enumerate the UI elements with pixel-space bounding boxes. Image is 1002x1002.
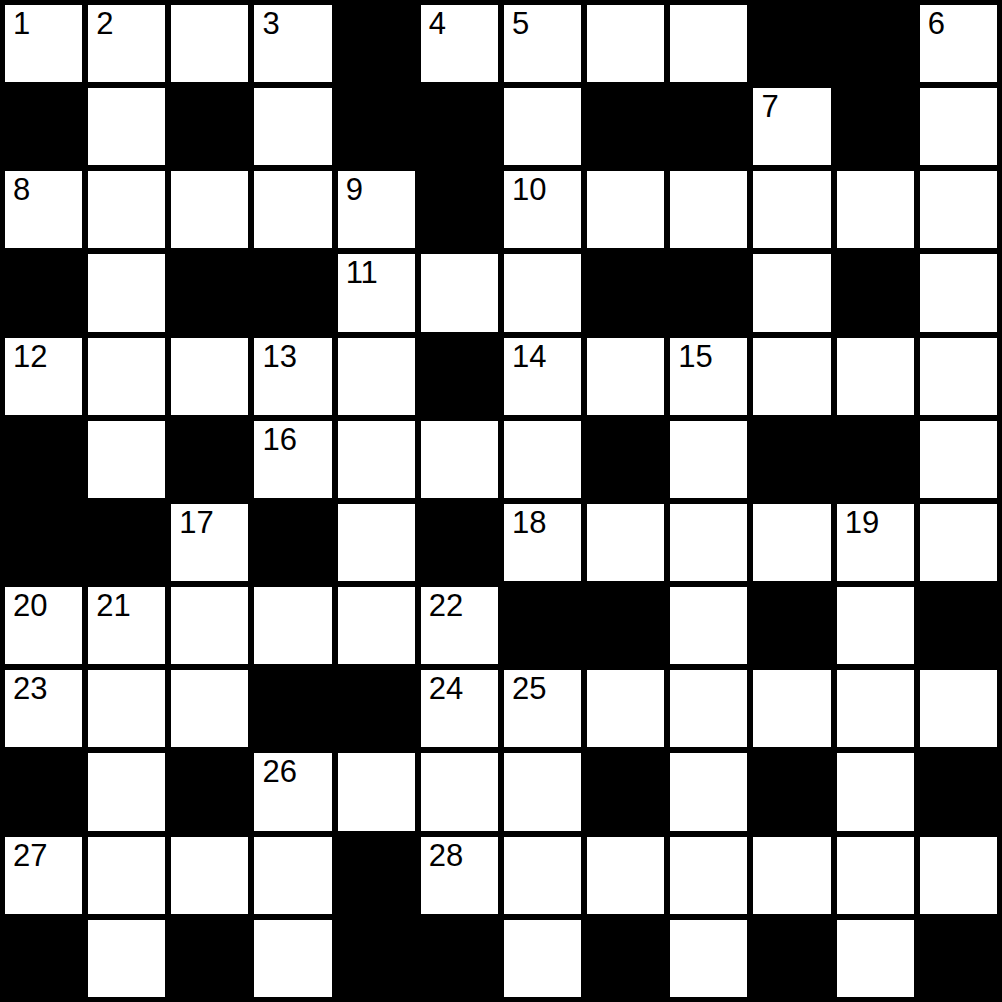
- clue-number: 14: [512, 341, 546, 372]
- black-cell-r1c4: [338, 88, 415, 165]
- black-cell-r1c0: [5, 88, 82, 165]
- clue-number: 4: [429, 8, 446, 39]
- white-cell-r0c1[interactable]: 2: [88, 5, 165, 82]
- black-cell-r5c0: [5, 421, 82, 498]
- white-cell-r10c11[interactable]: [920, 837, 997, 914]
- white-cell-r5c5[interactable]: [421, 421, 498, 498]
- white-cell-r9c3[interactable]: 26: [254, 753, 331, 830]
- white-cell-r9c10[interactable]: [837, 753, 914, 830]
- white-cell-r3c1[interactable]: [88, 254, 165, 331]
- white-cell-r10c0[interactable]: 27: [5, 837, 82, 914]
- clue-number: 15: [678, 341, 712, 372]
- white-cell-r2c4[interactable]: 9: [338, 171, 415, 248]
- black-cell-r3c10: [837, 254, 914, 331]
- white-cell-r7c8[interactable]: [670, 587, 747, 664]
- clue-number: 1: [13, 8, 30, 39]
- white-cell-r5c3[interactable]: 16: [254, 421, 331, 498]
- white-cell-r10c6[interactable]: [504, 837, 581, 914]
- black-cell-r0c4: [338, 5, 415, 82]
- white-cell-r11c8[interactable]: [670, 920, 747, 997]
- white-cell-r6c11[interactable]: [920, 504, 997, 581]
- white-cell-r8c6[interactable]: 25: [504, 670, 581, 747]
- white-cell-r5c6[interactable]: [504, 421, 581, 498]
- white-cell-r9c5[interactable]: [421, 753, 498, 830]
- black-cell-r6c3: [254, 504, 331, 581]
- white-cell-r3c5[interactable]: [421, 254, 498, 331]
- white-cell-r1c11[interactable]: [920, 88, 997, 165]
- white-cell-r4c8[interactable]: 15: [670, 338, 747, 415]
- white-cell-r2c7[interactable]: [587, 171, 664, 248]
- black-cell-r7c6: [504, 587, 581, 664]
- clue-number: 22: [429, 590, 463, 621]
- clue-number: 16: [262, 424, 296, 455]
- black-cell-r5c2: [171, 421, 248, 498]
- white-cell-r8c7[interactable]: [587, 670, 664, 747]
- clue-number: 10: [512, 174, 546, 205]
- white-cell-r0c2[interactable]: [171, 5, 248, 82]
- clue-number: 5: [512, 8, 529, 39]
- white-cell-r1c6[interactable]: [504, 88, 581, 165]
- black-cell-r6c1: [88, 504, 165, 581]
- black-cell-r7c11: [920, 587, 997, 664]
- black-cell-r0c9: [753, 5, 830, 82]
- white-cell-r5c1[interactable]: [88, 421, 165, 498]
- white-cell-r5c11[interactable]: [920, 421, 997, 498]
- white-cell-r0c8[interactable]: [670, 5, 747, 82]
- black-cell-r8c4: [338, 670, 415, 747]
- white-cell-r2c11[interactable]: [920, 171, 997, 248]
- black-cell-r3c0: [5, 254, 82, 331]
- black-cell-r9c9: [753, 753, 830, 830]
- black-cell-r9c2: [171, 753, 248, 830]
- black-cell-r11c4: [338, 920, 415, 997]
- white-cell-r2c9[interactable]: [753, 171, 830, 248]
- white-cell-r10c3[interactable]: [254, 837, 331, 914]
- white-cell-r10c2[interactable]: [171, 837, 248, 914]
- white-cell-r4c7[interactable]: [587, 338, 664, 415]
- black-cell-r5c10: [837, 421, 914, 498]
- black-cell-r3c2: [171, 254, 248, 331]
- white-cell-r6c7[interactable]: [587, 504, 664, 581]
- white-cell-r8c9[interactable]: [753, 670, 830, 747]
- white-cell-r2c6[interactable]: 10: [504, 171, 581, 248]
- white-cell-r8c2[interactable]: [171, 670, 248, 747]
- black-cell-r10c4: [338, 837, 415, 914]
- black-cell-r6c5: [421, 504, 498, 581]
- clue-number: 28: [429, 840, 463, 871]
- white-cell-r7c1[interactable]: 21: [88, 587, 165, 664]
- clue-number: 6: [928, 8, 945, 39]
- black-cell-r7c7: [587, 587, 664, 664]
- white-cell-r11c3[interactable]: [254, 920, 331, 997]
- clue-number: 18: [512, 507, 546, 538]
- clue-number: 9: [346, 174, 363, 205]
- clue-number: 23: [13, 673, 47, 704]
- white-cell-r2c8[interactable]: [670, 171, 747, 248]
- white-cell-r9c8[interactable]: [670, 753, 747, 830]
- clue-number: 11: [346, 257, 378, 288]
- clue-number: 21: [96, 590, 130, 621]
- black-cell-r4c5: [421, 338, 498, 415]
- black-cell-r3c3: [254, 254, 331, 331]
- white-cell-r9c1[interactable]: [88, 753, 165, 830]
- white-cell-r4c0[interactable]: 12: [5, 338, 82, 415]
- clue-number: 25: [512, 673, 546, 704]
- clue-number: 7: [761, 91, 778, 122]
- white-cell-r7c3[interactable]: [254, 587, 331, 664]
- black-cell-r1c7: [587, 88, 664, 165]
- white-cell-r7c0[interactable]: 20: [5, 587, 82, 664]
- white-cell-r8c0[interactable]: 23: [5, 670, 82, 747]
- black-cell-r11c9: [753, 920, 830, 997]
- white-cell-r1c1[interactable]: [88, 88, 165, 165]
- white-cell-r2c0[interactable]: 8: [5, 171, 82, 248]
- black-cell-r2c5: [421, 171, 498, 248]
- white-cell-r4c11[interactable]: [920, 338, 997, 415]
- black-cell-r11c11: [920, 920, 997, 997]
- clue-number: 19: [845, 507, 879, 538]
- black-cell-r11c2: [171, 920, 248, 997]
- white-cell-r0c3[interactable]: 3: [254, 5, 331, 82]
- white-cell-r0c11[interactable]: 6: [920, 5, 997, 82]
- white-cell-r5c8[interactable]: [670, 421, 747, 498]
- white-cell-r9c4[interactable]: [338, 753, 415, 830]
- white-cell-r4c3[interactable]: 13: [254, 338, 331, 415]
- clue-number: 12: [13, 341, 47, 372]
- white-cell-r8c10[interactable]: [837, 670, 914, 747]
- black-cell-r11c5: [421, 920, 498, 997]
- black-cell-r7c9: [753, 587, 830, 664]
- white-cell-r3c11[interactable]: [920, 254, 997, 331]
- white-cell-r10c10[interactable]: [837, 837, 914, 914]
- white-cell-r10c1[interactable]: [88, 837, 165, 914]
- white-cell-r7c5[interactable]: 22: [421, 587, 498, 664]
- clue-number: 3: [262, 8, 279, 39]
- white-cell-r3c9[interactable]: [753, 254, 830, 331]
- clue-number: 8: [13, 174, 30, 205]
- black-cell-r5c7: [587, 421, 664, 498]
- white-cell-r6c8[interactable]: [670, 504, 747, 581]
- white-cell-r4c2[interactable]: [171, 338, 248, 415]
- white-cell-r4c9[interactable]: [753, 338, 830, 415]
- black-cell-r1c8: [670, 88, 747, 165]
- black-cell-r5c9: [753, 421, 830, 498]
- clue-number: 13: [262, 341, 296, 372]
- clue-number: 27: [13, 840, 47, 871]
- white-cell-r6c6[interactable]: 18: [504, 504, 581, 581]
- black-cell-r3c8: [670, 254, 747, 331]
- white-cell-r7c4[interactable]: [338, 587, 415, 664]
- white-cell-r6c4[interactable]: [338, 504, 415, 581]
- white-cell-r11c1[interactable]: [88, 920, 165, 997]
- white-cell-r6c10[interactable]: 19: [837, 504, 914, 581]
- black-cell-r1c2: [171, 88, 248, 165]
- black-cell-r8c3: [254, 670, 331, 747]
- black-cell-r1c10: [837, 88, 914, 165]
- white-cell-r3c4[interactable]: 11: [338, 254, 415, 331]
- clue-number: 2: [96, 8, 113, 39]
- white-cell-r2c10[interactable]: [837, 171, 914, 248]
- white-cell-r4c6[interactable]: 14: [504, 338, 581, 415]
- white-cell-r7c10[interactable]: [837, 587, 914, 664]
- black-cell-r9c7: [587, 753, 664, 830]
- white-cell-r10c9[interactable]: [753, 837, 830, 914]
- white-cell-r0c0[interactable]: 1: [5, 5, 82, 82]
- white-cell-r10c8[interactable]: [670, 837, 747, 914]
- white-cell-r2c1[interactable]: [88, 171, 165, 248]
- black-cell-r1c5: [421, 88, 498, 165]
- white-cell-r8c11[interactable]: [920, 670, 997, 747]
- white-cell-r3c6[interactable]: [504, 254, 581, 331]
- white-cell-r8c1[interactable]: [88, 670, 165, 747]
- white-cell-r0c6[interactable]: 5: [504, 5, 581, 82]
- white-cell-r4c1[interactable]: [88, 338, 165, 415]
- black-cell-r6c0: [5, 504, 82, 581]
- black-cell-r9c0: [5, 753, 82, 830]
- white-cell-r5c4[interactable]: [338, 421, 415, 498]
- clue-number: 26: [262, 756, 296, 787]
- white-cell-r4c4[interactable]: [338, 338, 415, 415]
- black-cell-r9c11: [920, 753, 997, 830]
- white-cell-r2c2[interactable]: [171, 171, 248, 248]
- white-cell-r10c7[interactable]: [587, 837, 664, 914]
- white-cell-r1c3[interactable]: [254, 88, 331, 165]
- clue-number: 20: [13, 590, 47, 621]
- black-cell-r3c7: [587, 254, 664, 331]
- white-cell-r4c10[interactable]: [837, 338, 914, 415]
- black-cell-r0c10: [837, 5, 914, 82]
- white-cell-r7c2[interactable]: [171, 587, 248, 664]
- white-cell-r0c7[interactable]: [587, 5, 664, 82]
- clue-number: 24: [429, 673, 463, 704]
- white-cell-r6c9[interactable]: [753, 504, 830, 581]
- white-cell-r2c3[interactable]: [254, 171, 331, 248]
- white-cell-r1c9[interactable]: 7: [753, 88, 830, 165]
- clue-number: 17: [179, 507, 213, 538]
- black-cell-r11c7: [587, 920, 664, 997]
- white-cell-r8c8[interactable]: [670, 670, 747, 747]
- white-cell-r10c5[interactable]: 28: [421, 837, 498, 914]
- white-cell-r8c5[interactable]: 24: [421, 670, 498, 747]
- white-cell-r6c2[interactable]: 17: [171, 504, 248, 581]
- crossword-grid: 1234567891011121314151617181920212223242…: [0, 0, 1002, 1002]
- black-cell-r11c0: [5, 920, 82, 997]
- white-cell-r11c10[interactable]: [837, 920, 914, 997]
- white-cell-r9c6[interactable]: [504, 753, 581, 830]
- white-cell-r0c5[interactable]: 4: [421, 5, 498, 82]
- white-cell-r11c6[interactable]: [504, 920, 581, 997]
